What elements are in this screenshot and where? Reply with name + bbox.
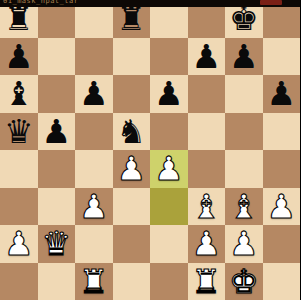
piece-black-pawn[interactable]: ♟ <box>38 113 76 151</box>
square-b3[interactable] <box>38 188 76 226</box>
square-a4[interactable] <box>0 150 38 188</box>
piece-black-pawn[interactable]: ♟ <box>150 75 188 113</box>
piece-black-pawn[interactable]: ♟ <box>225 38 263 76</box>
square-g3[interactable]: ♝ <box>225 188 263 226</box>
piece-white-king[interactable]: ♚ <box>225 263 263 300</box>
square-e5[interactable] <box>150 113 188 151</box>
square-b2[interactable]: ♛ <box>38 225 76 263</box>
piece-black-queen[interactable]: ♛ <box>0 113 38 151</box>
square-e2[interactable] <box>150 225 188 263</box>
square-e7[interactable] <box>150 38 188 76</box>
piece-black-pawn[interactable]: ♟ <box>75 75 113 113</box>
piece-white-pawn[interactable]: ♟ <box>0 225 38 263</box>
square-c3[interactable]: ♟ <box>75 188 113 226</box>
square-b7[interactable] <box>38 38 76 76</box>
square-a7[interactable]: ♟ <box>0 38 38 76</box>
square-c5[interactable] <box>75 113 113 151</box>
chess-app-window: 01_mask_npat_tar ♜♜♚♟♟♟♝♟♟♟♛♟♞♟♟♟♝♝♟♟♛♟♟… <box>0 0 300 300</box>
square-f7[interactable]: ♟ <box>188 38 226 76</box>
square-c2[interactable] <box>75 225 113 263</box>
square-a2[interactable]: ♟ <box>0 225 38 263</box>
square-d2[interactable] <box>113 225 151 263</box>
piece-black-pawn[interactable]: ♟ <box>0 38 38 76</box>
square-f6[interactable] <box>188 75 226 113</box>
piece-white-pawn[interactable]: ♟ <box>150 150 188 188</box>
square-g6[interactable] <box>225 75 263 113</box>
piece-white-pawn[interactable]: ♟ <box>263 188 301 226</box>
square-h1[interactable] <box>263 263 301 300</box>
square-f2[interactable]: ♟ <box>188 225 226 263</box>
square-e6[interactable]: ♟ <box>150 75 188 113</box>
square-h3[interactable]: ♟ <box>263 188 301 226</box>
square-a5[interactable]: ♛ <box>0 113 38 151</box>
square-h2[interactable] <box>263 225 301 263</box>
square-g5[interactable] <box>225 113 263 151</box>
square-e1[interactable] <box>150 263 188 300</box>
titlebar-red-indicator-icon <box>260 0 282 5</box>
square-b5[interactable]: ♟ <box>38 113 76 151</box>
square-b4[interactable] <box>38 150 76 188</box>
square-d6[interactable] <box>113 75 151 113</box>
square-f4[interactable] <box>188 150 226 188</box>
chess-board: ♜♜♚♟♟♟♝♟♟♟♛♟♞♟♟♟♝♝♟♟♛♟♟♜♜♚ <box>0 0 300 300</box>
square-d3[interactable] <box>113 188 151 226</box>
square-e3[interactable] <box>150 188 188 226</box>
piece-black-pawn[interactable]: ♟ <box>263 75 301 113</box>
piece-black-knight[interactable]: ♞ <box>113 113 151 151</box>
piece-white-pawn[interactable]: ♟ <box>188 225 226 263</box>
square-d5[interactable]: ♞ <box>113 113 151 151</box>
square-c6[interactable]: ♟ <box>75 75 113 113</box>
square-g7[interactable]: ♟ <box>225 38 263 76</box>
window-title: 01_mask_npat_tar <box>3 0 78 7</box>
titlebar: 01_mask_npat_tar <box>0 0 300 7</box>
square-h4[interactable] <box>263 150 301 188</box>
piece-white-rook[interactable]: ♜ <box>188 263 226 300</box>
piece-white-bishop[interactable]: ♝ <box>188 188 226 226</box>
square-d1[interactable] <box>113 263 151 300</box>
square-f5[interactable] <box>188 113 226 151</box>
square-c4[interactable] <box>75 150 113 188</box>
square-g4[interactable] <box>225 150 263 188</box>
square-b1[interactable] <box>38 263 76 300</box>
piece-white-pawn[interactable]: ♟ <box>225 225 263 263</box>
square-c1[interactable]: ♜ <box>75 263 113 300</box>
piece-white-pawn[interactable]: ♟ <box>113 150 151 188</box>
square-b6[interactable] <box>38 75 76 113</box>
square-d7[interactable] <box>113 38 151 76</box>
piece-black-pawn[interactable]: ♟ <box>188 38 226 76</box>
square-f1[interactable]: ♜ <box>188 263 226 300</box>
piece-white-bishop[interactable]: ♝ <box>225 188 263 226</box>
piece-white-pawn[interactable]: ♟ <box>75 188 113 226</box>
piece-white-queen[interactable]: ♛ <box>38 225 76 263</box>
square-h5[interactable] <box>263 113 301 151</box>
square-a1[interactable] <box>0 263 38 300</box>
piece-white-rook[interactable]: ♜ <box>75 263 113 300</box>
piece-black-bishop[interactable]: ♝ <box>0 75 38 113</box>
square-e4[interactable]: ♟ <box>150 150 188 188</box>
square-d4[interactable]: ♟ <box>113 150 151 188</box>
square-h7[interactable] <box>263 38 301 76</box>
square-g1[interactable]: ♚ <box>225 263 263 300</box>
square-g2[interactable]: ♟ <box>225 225 263 263</box>
square-a3[interactable] <box>0 188 38 226</box>
square-a6[interactable]: ♝ <box>0 75 38 113</box>
square-h6[interactable]: ♟ <box>263 75 301 113</box>
square-f3[interactable]: ♝ <box>188 188 226 226</box>
square-c7[interactable] <box>75 38 113 76</box>
